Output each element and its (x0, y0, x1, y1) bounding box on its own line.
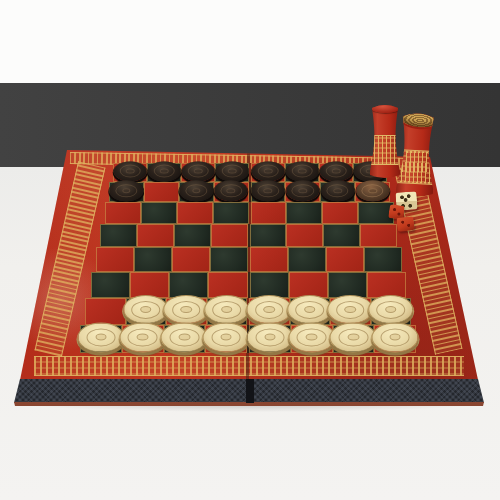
square-r1c6[interactable] (285, 163, 319, 182)
square-r2c4[interactable] (214, 182, 249, 202)
square-r3c7[interactable] (322, 202, 358, 224)
square-r8c5[interactable] (247, 325, 291, 353)
square-r3c4[interactable] (213, 202, 249, 224)
dark-checker[interactable] (180, 180, 213, 201)
square-r4c7[interactable] (323, 224, 360, 247)
square-r8c6[interactable] (291, 325, 333, 353)
ivory-checker[interactable] (203, 322, 250, 352)
square-r3c3[interactable] (177, 202, 213, 224)
ivory-checker[interactable] (246, 295, 292, 324)
square-r8c8[interactable] (374, 325, 416, 353)
dark-checker[interactable] (110, 180, 143, 201)
square-r3c2[interactable] (141, 202, 177, 224)
dark-checker[interactable] (148, 161, 181, 181)
square-r4c2[interactable] (137, 224, 174, 247)
ivory-checker[interactable] (372, 322, 419, 352)
ivory-checker[interactable] (204, 295, 250, 324)
board-row-2 (109, 182, 390, 202)
board-row-7 (85, 298, 411, 325)
square-r8c7[interactable] (333, 325, 375, 353)
fold-gap-notch (246, 379, 254, 403)
square-r4c8[interactable] (360, 224, 397, 247)
square-r1c1[interactable] (113, 163, 147, 182)
square-r7c4[interactable] (207, 298, 248, 325)
square-r6c4[interactable] (208, 272, 247, 298)
square-r8c3[interactable] (164, 325, 206, 353)
dark-checker[interactable] (320, 161, 353, 181)
board-row-1 (113, 163, 387, 182)
red-die-2[interactable] (396, 216, 414, 232)
square-r5c5[interactable] (248, 247, 288, 272)
square-r5c6[interactable] (288, 247, 326, 272)
square-r5c7[interactable] (326, 247, 364, 272)
square-r1c4[interactable] (215, 163, 249, 182)
square-r7c3[interactable] (166, 298, 207, 325)
dark-checker[interactable] (286, 161, 319, 181)
square-r6c8[interactable] (367, 272, 406, 298)
square-r4c5[interactable] (248, 224, 287, 247)
square-r6c2[interactable] (130, 272, 169, 298)
square-r2c1[interactable] (109, 182, 144, 202)
square-r1c7[interactable] (319, 163, 353, 182)
square-r7c8[interactable] (371, 298, 412, 325)
square-r2c6[interactable] (285, 182, 320, 202)
ivory-checker[interactable] (119, 322, 166, 352)
ivory-checker[interactable] (330, 322, 377, 352)
square-r2c5[interactable] (249, 182, 286, 202)
dark-checker[interactable] (356, 180, 389, 201)
square-r8c1[interactable] (80, 325, 122, 353)
ivory-checker[interactable] (288, 322, 335, 352)
square-r2c2[interactable] (144, 182, 179, 202)
ivory-checker[interactable] (77, 322, 124, 352)
ivory-checker[interactable] (163, 295, 209, 324)
square-r4c4[interactable] (211, 224, 248, 247)
ivory-checker[interactable] (327, 295, 373, 324)
square-r7c1[interactable] (85, 298, 126, 325)
square-r5c3[interactable] (172, 247, 210, 272)
square-r5c4[interactable] (210, 247, 248, 272)
square-r2c8[interactable] (355, 182, 390, 202)
board-row-6 (91, 272, 406, 298)
square-r1c3[interactable] (181, 163, 215, 182)
board-row-5 (96, 247, 402, 272)
dark-checker[interactable] (321, 180, 354, 201)
square-r7c7[interactable] (330, 298, 371, 325)
square-r5c8[interactable] (364, 247, 402, 272)
dark-checker[interactable] (216, 161, 249, 181)
square-r4c3[interactable] (174, 224, 211, 247)
square-r6c3[interactable] (169, 272, 208, 298)
square-r6c5[interactable] (248, 272, 289, 298)
dark-checker[interactable] (114, 161, 147, 181)
board-row-4 (100, 224, 397, 247)
square-r7c5[interactable] (247, 298, 290, 325)
square-r6c7[interactable] (328, 272, 367, 298)
gold-band-bottom (34, 356, 464, 376)
ivory-checker[interactable] (246, 322, 293, 352)
square-r5c2[interactable] (134, 247, 172, 272)
photo-stage (0, 0, 500, 500)
dark-checker[interactable] (286, 180, 319, 201)
dark-checker[interactable] (252, 161, 285, 181)
square-r7c6[interactable] (290, 298, 331, 325)
square-r4c1[interactable] (100, 224, 137, 247)
board-row-3 (105, 202, 394, 224)
square-r3c6[interactable] (286, 202, 322, 224)
square-r2c7[interactable] (320, 182, 355, 202)
square-r8c4[interactable] (205, 325, 247, 353)
square-r3c5[interactable] (249, 202, 287, 224)
square-r6c6[interactable] (289, 272, 328, 298)
ivory-checker[interactable] (287, 295, 333, 324)
board-row-8 (80, 325, 416, 353)
square-r3c1[interactable] (105, 202, 141, 224)
square-r5c1[interactable] (96, 247, 134, 272)
square-r1c2[interactable] (147, 163, 181, 182)
fold-seam-bottom (246, 352, 249, 380)
ivory-checker[interactable] (368, 295, 414, 324)
dark-checker[interactable] (251, 180, 284, 201)
dark-checker[interactable] (214, 180, 247, 201)
square-r8c2[interactable] (122, 325, 164, 353)
square-r1c5[interactable] (249, 163, 285, 182)
square-r6c1[interactable] (91, 272, 130, 298)
square-r7c2[interactable] (126, 298, 167, 325)
square-r4c6[interactable] (286, 224, 323, 247)
ivory-checker[interactable] (161, 322, 208, 352)
dark-checker[interactable] (182, 161, 215, 181)
ivory-checker[interactable] (123, 295, 169, 324)
square-r2c3[interactable] (179, 182, 214, 202)
